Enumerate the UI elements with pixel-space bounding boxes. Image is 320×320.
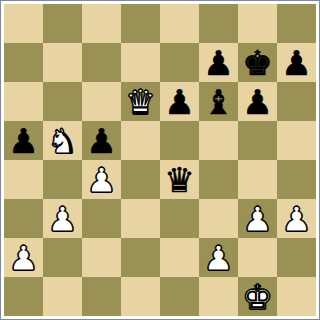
square-f1[interactable] xyxy=(199,277,238,316)
square-g5[interactable] xyxy=(238,121,277,160)
black-queen[interactable]: ♛ xyxy=(164,163,194,197)
square-h7[interactable]: ♟ xyxy=(277,43,316,82)
square-a1[interactable] xyxy=(4,277,43,316)
square-c3[interactable] xyxy=(82,199,121,238)
black-pawn[interactable]: ♟ xyxy=(242,85,272,119)
square-e3[interactable] xyxy=(160,199,199,238)
square-f2[interactable]: ♟ xyxy=(199,238,238,277)
white-pawn[interactable]: ♟ xyxy=(86,163,116,197)
square-f8[interactable] xyxy=(199,4,238,43)
white-pawn[interactable]: ♟ xyxy=(47,202,77,236)
black-pawn[interactable]: ♟ xyxy=(164,85,194,119)
chess-board-frame: ♟♚♟♛♟♝♟♟♞♟♟♛♟♟♟♟♟♚ xyxy=(0,0,320,320)
square-a7[interactable] xyxy=(4,43,43,82)
white-pawn[interactable]: ♟ xyxy=(8,241,38,275)
square-g4[interactable] xyxy=(238,160,277,199)
square-e1[interactable] xyxy=(160,277,199,316)
square-b7[interactable] xyxy=(43,43,82,82)
square-a8[interactable] xyxy=(4,4,43,43)
square-c7[interactable] xyxy=(82,43,121,82)
square-g8[interactable] xyxy=(238,4,277,43)
square-e2[interactable] xyxy=(160,238,199,277)
square-a3[interactable] xyxy=(4,199,43,238)
square-g3[interactable]: ♟ xyxy=(238,199,277,238)
square-a6[interactable] xyxy=(4,82,43,121)
square-h5[interactable] xyxy=(277,121,316,160)
square-a2[interactable]: ♟ xyxy=(4,238,43,277)
square-f3[interactable] xyxy=(199,199,238,238)
square-g2[interactable] xyxy=(238,238,277,277)
square-b8[interactable] xyxy=(43,4,82,43)
chess-board: ♟♚♟♛♟♝♟♟♞♟♟♛♟♟♟♟♟♚ xyxy=(4,4,316,316)
square-h8[interactable] xyxy=(277,4,316,43)
square-h6[interactable] xyxy=(277,82,316,121)
square-d7[interactable] xyxy=(121,43,160,82)
white-pawn[interactable]: ♟ xyxy=(242,202,272,236)
square-d2[interactable] xyxy=(121,238,160,277)
square-d4[interactable] xyxy=(121,160,160,199)
square-b4[interactable] xyxy=(43,160,82,199)
square-c8[interactable] xyxy=(82,4,121,43)
black-pawn[interactable]: ♟ xyxy=(281,46,311,80)
square-d1[interactable] xyxy=(121,277,160,316)
square-b6[interactable] xyxy=(43,82,82,121)
square-e8[interactable] xyxy=(160,4,199,43)
square-e4[interactable]: ♛ xyxy=(160,160,199,199)
square-b1[interactable] xyxy=(43,277,82,316)
square-f7[interactable]: ♟ xyxy=(199,43,238,82)
square-g7[interactable]: ♚ xyxy=(238,43,277,82)
square-h1[interactable] xyxy=(277,277,316,316)
black-king[interactable]: ♚ xyxy=(242,46,272,80)
white-king[interactable]: ♚ xyxy=(242,280,272,314)
square-d5[interactable] xyxy=(121,121,160,160)
square-c6[interactable] xyxy=(82,82,121,121)
square-g6[interactable]: ♟ xyxy=(238,82,277,121)
square-b5[interactable]: ♞ xyxy=(43,121,82,160)
square-e7[interactable] xyxy=(160,43,199,82)
square-d8[interactable] xyxy=(121,4,160,43)
white-pawn[interactable]: ♟ xyxy=(281,202,311,236)
square-d3[interactable] xyxy=(121,199,160,238)
square-h3[interactable]: ♟ xyxy=(277,199,316,238)
black-bishop[interactable]: ♝ xyxy=(203,85,233,119)
white-knight[interactable]: ♞ xyxy=(47,124,77,158)
square-h2[interactable] xyxy=(277,238,316,277)
black-pawn[interactable]: ♟ xyxy=(8,124,38,158)
black-pawn[interactable]: ♟ xyxy=(86,124,116,158)
square-c2[interactable] xyxy=(82,238,121,277)
square-g1[interactable]: ♚ xyxy=(238,277,277,316)
square-c1[interactable] xyxy=(82,277,121,316)
square-f4[interactable] xyxy=(199,160,238,199)
square-e6[interactable]: ♟ xyxy=(160,82,199,121)
square-c5[interactable]: ♟ xyxy=(82,121,121,160)
square-d6[interactable]: ♛ xyxy=(121,82,160,121)
square-b3[interactable]: ♟ xyxy=(43,199,82,238)
square-a5[interactable]: ♟ xyxy=(4,121,43,160)
square-h4[interactable] xyxy=(277,160,316,199)
square-e5[interactable] xyxy=(160,121,199,160)
square-b2[interactable] xyxy=(43,238,82,277)
square-a4[interactable] xyxy=(4,160,43,199)
white-pawn[interactable]: ♟ xyxy=(203,241,233,275)
white-queen[interactable]: ♛ xyxy=(125,85,155,119)
black-pawn[interactable]: ♟ xyxy=(203,46,233,80)
square-f5[interactable] xyxy=(199,121,238,160)
square-c4[interactable]: ♟ xyxy=(82,160,121,199)
square-f6[interactable]: ♝ xyxy=(199,82,238,121)
